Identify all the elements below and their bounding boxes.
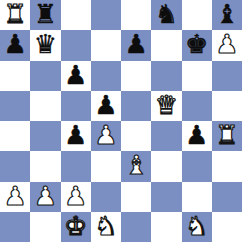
square-g2[interactable]	[182, 182, 212, 212]
square-f8[interactable]: ♞	[151, 0, 181, 30]
black-pawn: ♟	[64, 122, 87, 148]
square-g6[interactable]	[182, 61, 212, 91]
white-pawn: ♟	[3, 183, 26, 209]
square-e2[interactable]	[121, 182, 151, 212]
black-pawn: ♟	[64, 62, 87, 88]
square-f6[interactable]	[151, 61, 181, 91]
square-h1[interactable]	[212, 212, 242, 242]
square-c1[interactable]: ♚	[61, 212, 91, 242]
square-a2[interactable]: ♟	[0, 182, 30, 212]
white-king: ♚	[64, 213, 87, 239]
white-queen: ♛	[155, 92, 178, 118]
square-c3[interactable]	[61, 151, 91, 181]
square-e7[interactable]: ♟	[121, 30, 151, 60]
square-a8[interactable]: ♜	[0, 0, 30, 30]
square-d4[interactable]: ♟	[91, 121, 121, 151]
square-a5[interactable]	[0, 91, 30, 121]
square-h2[interactable]	[212, 182, 242, 212]
square-b3[interactable]	[30, 151, 60, 181]
square-h6[interactable]	[212, 61, 242, 91]
square-d6[interactable]	[91, 61, 121, 91]
square-e8[interactable]	[121, 0, 151, 30]
square-h3[interactable]	[212, 151, 242, 181]
black-queen: ♛	[34, 31, 57, 57]
square-d2[interactable]	[91, 182, 121, 212]
square-e1[interactable]	[121, 212, 151, 242]
white-knight: ♞	[185, 213, 208, 239]
square-g1[interactable]: ♞	[182, 212, 212, 242]
square-b8[interactable]: ♜	[30, 0, 60, 30]
black-pawn: ♟	[185, 122, 208, 148]
square-c5[interactable]	[61, 91, 91, 121]
square-f3[interactable]	[151, 151, 181, 181]
square-f2[interactable]	[151, 182, 181, 212]
black-pawn: ♟	[94, 92, 117, 118]
black-knight: ♞	[155, 1, 178, 27]
square-d3[interactable]	[91, 151, 121, 181]
square-b2[interactable]: ♟	[30, 182, 60, 212]
square-g4[interactable]: ♟	[182, 121, 212, 151]
square-e5[interactable]	[121, 91, 151, 121]
white-pawn: ♟	[94, 122, 117, 148]
square-b7[interactable]: ♛	[30, 30, 60, 60]
square-a4[interactable]	[0, 121, 30, 151]
black-pawn: ♟	[3, 31, 26, 57]
black-pawn: ♟	[124, 31, 147, 57]
square-g3[interactable]	[182, 151, 212, 181]
square-g5[interactable]	[182, 91, 212, 121]
square-b5[interactable]	[30, 91, 60, 121]
black-rook: ♜	[34, 1, 57, 27]
square-b4[interactable]	[30, 121, 60, 151]
square-d5[interactable]: ♟	[91, 91, 121, 121]
black-king: ♚	[185, 31, 208, 57]
square-d1[interactable]: ♞	[91, 212, 121, 242]
square-f7[interactable]	[151, 30, 181, 60]
square-a7[interactable]: ♟	[0, 30, 30, 60]
square-c7[interactable]	[61, 30, 91, 60]
square-g7[interactable]: ♚	[182, 30, 212, 60]
square-c2[interactable]: ♟	[61, 182, 91, 212]
square-h7[interactable]: ♟	[212, 30, 242, 60]
square-h4[interactable]: ♜	[212, 121, 242, 151]
white-knight: ♞	[94, 213, 117, 239]
white-pawn: ♟	[64, 183, 87, 209]
white-pawn: ♟	[215, 31, 238, 57]
square-g8[interactable]	[182, 0, 212, 30]
white-rook: ♜	[215, 122, 238, 148]
square-f1[interactable]	[151, 212, 181, 242]
square-a1[interactable]	[0, 212, 30, 242]
square-e6[interactable]	[121, 61, 151, 91]
square-c4[interactable]: ♟	[61, 121, 91, 151]
square-f4[interactable]	[151, 121, 181, 151]
square-e3[interactable]: ♝	[121, 151, 151, 181]
square-d8[interactable]	[91, 0, 121, 30]
square-b6[interactable]	[30, 61, 60, 91]
square-h5[interactable]	[212, 91, 242, 121]
chess-board: ♜♜♞♝♟♛♟♚♟♟♟♛♟♟♟♜♝♟♟♟♚♞♞	[0, 0, 242, 242]
square-e4[interactable]	[121, 121, 151, 151]
square-c6[interactable]: ♟	[61, 61, 91, 91]
square-a3[interactable]	[0, 151, 30, 181]
square-h8[interactable]: ♝	[212, 0, 242, 30]
square-a6[interactable]	[0, 61, 30, 91]
square-b1[interactable]	[30, 212, 60, 242]
square-c8[interactable]	[61, 0, 91, 30]
square-d7[interactable]	[91, 30, 121, 60]
square-f5[interactable]: ♛	[151, 91, 181, 121]
white-bishop: ♝	[124, 152, 147, 178]
white-pawn: ♟	[34, 183, 57, 209]
white-rook: ♜	[3, 1, 26, 27]
black-bishop: ♝	[215, 1, 238, 27]
